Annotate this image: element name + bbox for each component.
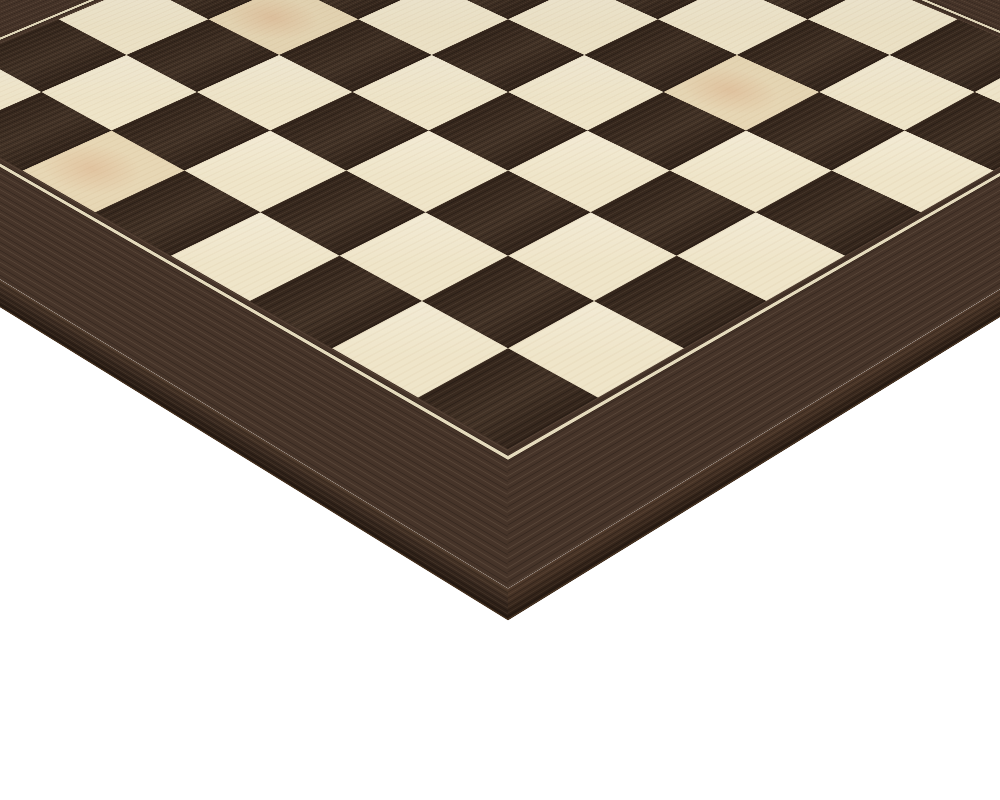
square-r7c6 <box>332 301 508 398</box>
square-r2c6 <box>746 92 905 171</box>
square-r4c5 <box>508 131 670 213</box>
photo-backdrop <box>0 0 1000 800</box>
square-r3c5 <box>587 92 746 171</box>
square-r7c2 <box>23 131 185 213</box>
square-r7c1 <box>0 92 111 171</box>
square-r6c3 <box>184 131 346 213</box>
square-r6c7 <box>508 301 684 398</box>
square-r6c6 <box>422 256 594 349</box>
square-r7c3 <box>95 171 260 256</box>
square-r3c7 <box>756 171 921 256</box>
board-frame-lower-right-strip <box>390 92 1000 589</box>
square-r3c6 <box>670 131 832 213</box>
square-r6c2 <box>111 92 270 171</box>
square-r1c7 <box>905 92 1000 171</box>
square-r7c7 <box>418 348 598 449</box>
square-r4c6 <box>591 171 756 256</box>
square-r5c5 <box>425 171 590 256</box>
square-r4c7 <box>677 212 846 301</box>
square-r6c4 <box>260 171 425 256</box>
square-r4c4 <box>429 92 588 171</box>
square-r6c5 <box>339 212 508 301</box>
square-r7c5 <box>250 256 422 349</box>
chessboard-top-face <box>0 0 1000 589</box>
square-r5c7 <box>594 256 766 349</box>
square-r7c4 <box>171 212 340 301</box>
square-r5c4 <box>346 131 508 213</box>
square-r5c6 <box>508 212 677 301</box>
chessboard-3d <box>0 0 1000 589</box>
board-frame-lower-left-strip <box>0 46 626 588</box>
square-r5c3 <box>270 92 429 171</box>
square-r2c7 <box>832 131 994 213</box>
